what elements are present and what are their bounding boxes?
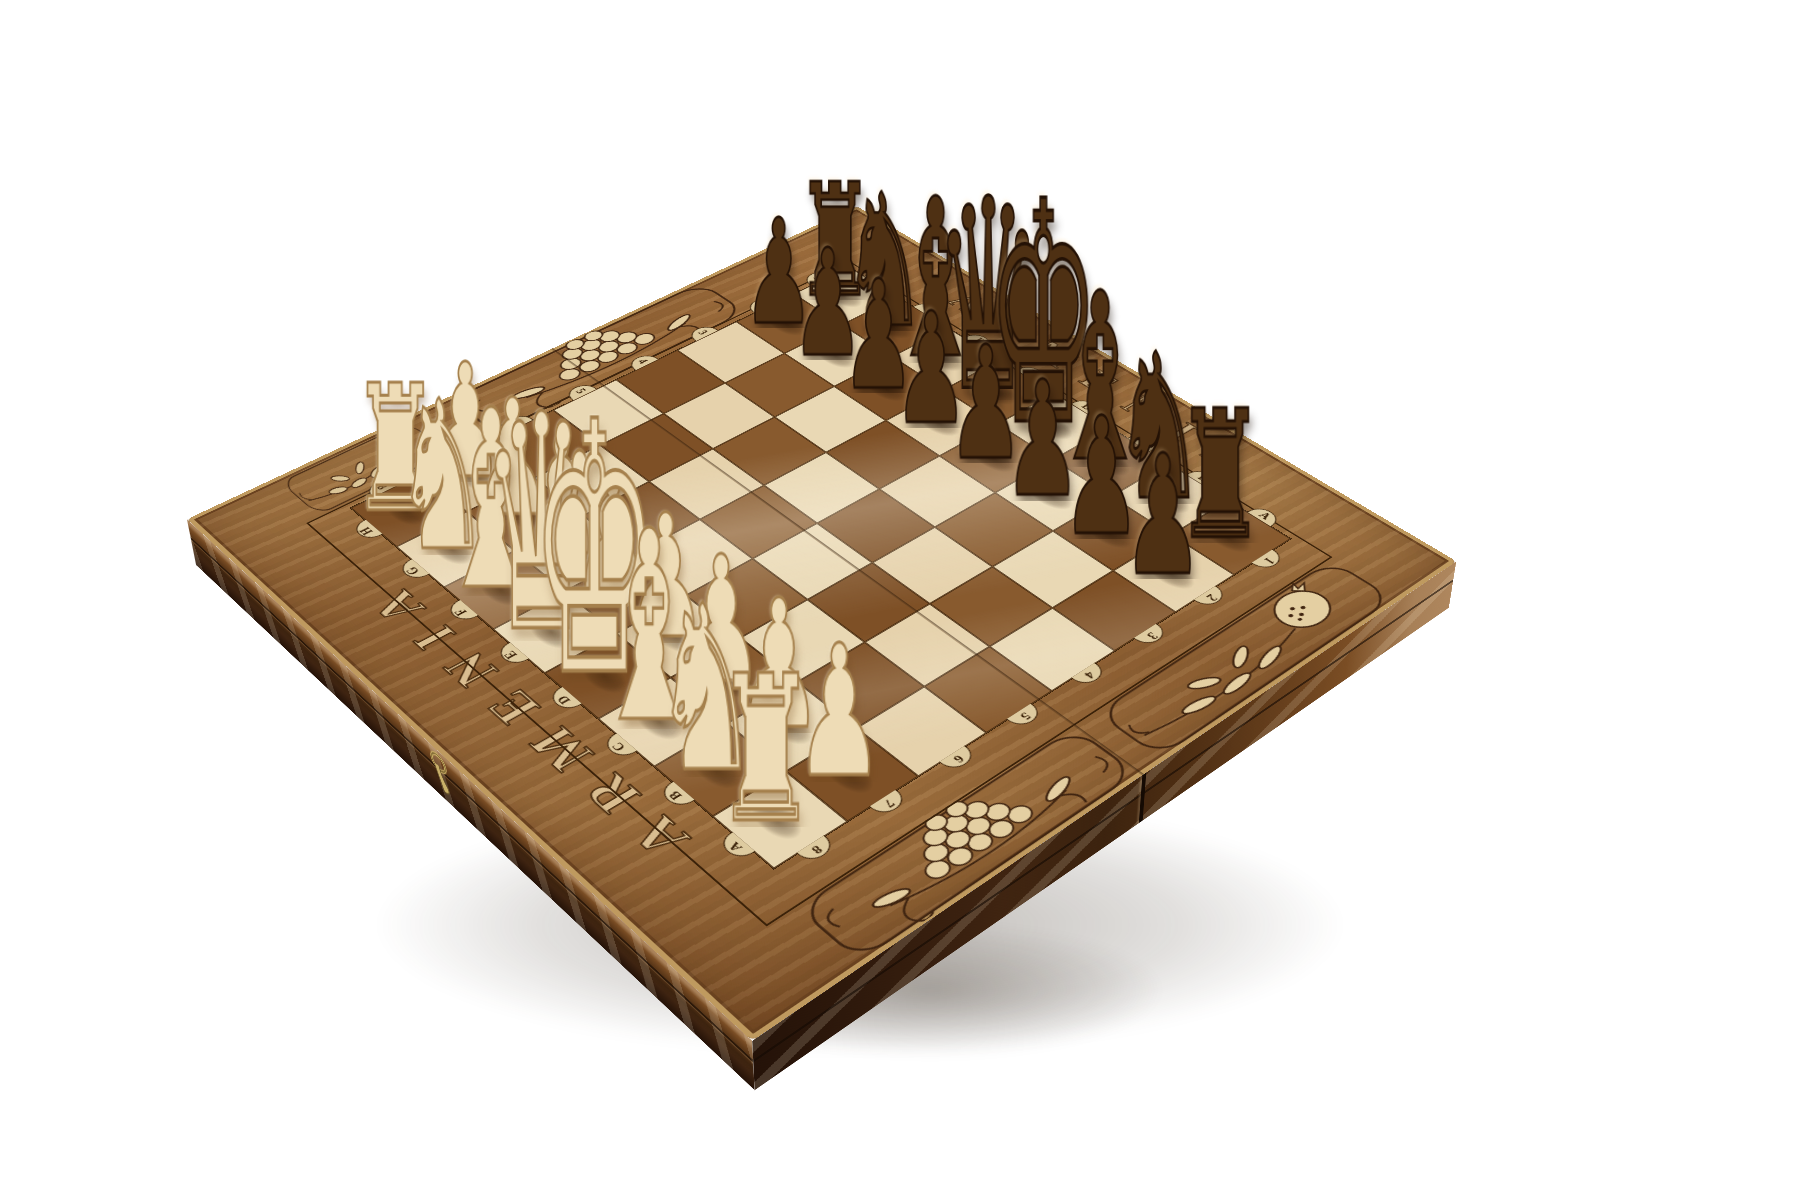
square-f7[interactable] (515, 516, 634, 592)
product-photo: ARMENIA ARMENIA (0, 0, 1799, 1200)
chess-board: ARMENIA ARMENIA (187, 206, 1456, 1041)
square-b5[interactable] (865, 604, 990, 687)
square-a4[interactable] (990, 608, 1115, 691)
scene-3d: ARMENIA ARMENIA (0, 0, 1799, 1200)
